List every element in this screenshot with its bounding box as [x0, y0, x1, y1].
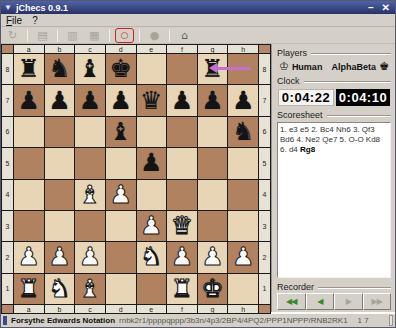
- copy-button[interactable]: ▦: [85, 28, 104, 43]
- square-c4[interactable]: ♝: [75, 180, 105, 210]
- rank-label-7: 7: [2, 85, 13, 115]
- players-label: Players: [277, 48, 307, 58]
- square-d7[interactable]: ♟: [106, 85, 136, 115]
- square-f7[interactable]: ♟: [167, 85, 197, 115]
- scoresheet-last-move: Rg8: [300, 145, 315, 154]
- square-a8[interactable]: ♜: [14, 54, 44, 84]
- square-a4[interactable]: [14, 180, 44, 210]
- white-pawn: ♟: [171, 243, 193, 271]
- window-menu-icon[interactable]: ▼: [4, 4, 12, 12]
- square-e4[interactable]: [137, 180, 167, 210]
- recorder-first-button[interactable]: ◀◀: [277, 293, 306, 310]
- square-e3[interactable]: ♟: [137, 211, 167, 241]
- file-label-g: g: [198, 305, 228, 313]
- file-label-a: a: [14, 45, 44, 53]
- square-f3[interactable]: ♛: [167, 211, 197, 241]
- square-g2[interactable]: ♟: [198, 242, 228, 272]
- file-label-c: c: [75, 305, 105, 313]
- file-label-d: d: [106, 305, 136, 313]
- square-b2[interactable]: ♟: [45, 242, 75, 272]
- white-knight: ♞: [140, 243, 162, 271]
- clock-group-title: Clock: [277, 76, 391, 86]
- black-clock: 0:04:10: [336, 89, 390, 106]
- square-a2[interactable]: ♟: [14, 242, 44, 272]
- black-player: AlphaBeta ♚: [332, 61, 389, 72]
- square-c5[interactable]: [75, 148, 105, 178]
- toolbar: ↻ ▤ ▥ ▦ ○ ● ⌂: [1, 27, 395, 44]
- clock-label: Clock: [277, 76, 300, 86]
- recorder-forward-button[interactable]: ▶: [334, 293, 363, 310]
- square-b3[interactable]: [45, 211, 75, 241]
- recorder-group-title: Recorder: [277, 282, 391, 292]
- square-h5[interactable]: [228, 148, 258, 178]
- square-h6[interactable]: ♞: [228, 117, 258, 147]
- square-b8[interactable]: ♞: [45, 54, 75, 84]
- rank-label-8: 8: [2, 54, 13, 84]
- board-corner: [2, 45, 13, 53]
- fen-label: Forsythe Edwards Notation: [11, 316, 115, 325]
- square-a1[interactable]: ♜: [14, 274, 44, 304]
- recorder-row: ◀◀ ◀ ▶ ▶▶: [277, 293, 391, 310]
- square-g5[interactable]: [198, 148, 228, 178]
- square-b1[interactable]: ♞: [45, 274, 75, 304]
- square-h1[interactable]: [228, 274, 258, 304]
- white-king: ♚: [201, 275, 223, 303]
- white-pawn: ♟: [140, 212, 162, 240]
- minimize-button[interactable]: –: [366, 3, 376, 13]
- square-e1[interactable]: [137, 274, 167, 304]
- square-e5[interactable]: ♟: [137, 148, 167, 178]
- black-bishop: ♝: [79, 55, 101, 83]
- white-king-icon: ♔: [279, 61, 289, 72]
- rank-label-8-right: 8: [259, 54, 270, 84]
- black-king: ♚: [109, 55, 131, 83]
- window-title: jChecs 0.9.1: [16, 3, 362, 13]
- black-king-icon: ♚: [379, 61, 389, 72]
- fen-value: rnbk2r1/ppppqppp/3b3n/4p3/2BP4/4PQ2/PPP1…: [119, 316, 348, 325]
- square-d3[interactable]: [106, 211, 136, 241]
- rank-label-3-right: 3: [259, 211, 270, 241]
- file-label-b: b: [45, 305, 75, 313]
- board-corner: [259, 45, 270, 53]
- black-pawn: ♟: [79, 87, 101, 115]
- record-button[interactable]: ●: [145, 28, 164, 43]
- rank-label-4: 4: [2, 180, 13, 210]
- rank-label-2: 2: [2, 242, 13, 272]
- square-g1[interactable]: ♚: [198, 274, 228, 304]
- white-pawn: ♟: [109, 181, 131, 209]
- scoresheet-label: Scoresheet: [277, 110, 323, 120]
- square-a3[interactable]: [14, 211, 44, 241]
- square-c3[interactable]: [75, 211, 105, 241]
- last-move-arrow-head: [209, 63, 217, 73]
- square-d5[interactable]: [106, 148, 136, 178]
- black-pawn: ♟: [18, 87, 40, 115]
- square-a6[interactable]: [14, 117, 44, 147]
- close-button[interactable]: ✕: [380, 3, 392, 13]
- square-e2[interactable]: ♞: [137, 242, 167, 272]
- rank-label-6: 6: [2, 117, 13, 147]
- rank-label-4-right: 4: [259, 180, 270, 210]
- right-panel: Players ♔ Human AlphaBeta ♚ Clock 0:04:2…: [271, 44, 395, 312]
- square-c2[interactable]: ♟: [75, 242, 105, 272]
- save-button[interactable]: ▥: [63, 28, 82, 43]
- white-knight: ♞: [48, 275, 70, 303]
- white-pawn: ♟: [232, 243, 254, 271]
- square-f1[interactable]: ♜: [167, 274, 197, 304]
- black-pawn: ♟: [171, 87, 193, 115]
- white-queen: ♛: [171, 212, 193, 240]
- square-f6[interactable]: [167, 117, 197, 147]
- toolbar-separator: [57, 29, 58, 42]
- white-player-name: Human: [292, 62, 323, 72]
- white-bishop: ♝: [79, 181, 101, 209]
- recorder-last-button[interactable]: ▶▶: [363, 293, 392, 310]
- board-corner: [259, 305, 270, 313]
- rank-label-1-right: 1: [259, 274, 270, 304]
- file-label-f: f: [167, 305, 197, 313]
- square-f8[interactable]: [167, 54, 197, 84]
- file-label-e: e: [137, 305, 167, 313]
- scoresheet-area[interactable]: 1. e3 e5 2. Bc4 Nh6 3. Qf3 Bd6 4. Ne2 Qe…: [277, 122, 391, 278]
- white-pawn: ♟: [48, 243, 70, 271]
- rank-label-5: 5: [2, 148, 13, 178]
- square-d2[interactable]: [106, 242, 136, 272]
- white-pawn: ♟: [18, 243, 40, 271]
- black-pawn: ♟: [109, 87, 131, 115]
- square-f4[interactable]: [167, 180, 197, 210]
- exit-button[interactable]: ⌂: [175, 28, 194, 43]
- black-knight: ♞: [48, 55, 70, 83]
- players-group-title: Players: [277, 48, 391, 58]
- black-pawn: ♟: [232, 87, 254, 115]
- square-b4[interactable]: [45, 180, 75, 210]
- square-f2[interactable]: ♟: [167, 242, 197, 272]
- fen-counters: 1 7: [358, 316, 369, 325]
- new-game-button[interactable]: ↻: [3, 28, 22, 43]
- toolbar-separator: [139, 29, 140, 42]
- black-pawn: ♟: [140, 149, 162, 177]
- menu-help[interactable]: ?: [32, 15, 38, 26]
- main-area: abcdefgh8♜♞♝♚♜87♟♟♟♟♛♟♟♟76♝♞65♟54♝♟43♟♛3…: [1, 44, 395, 312]
- square-a5[interactable]: [14, 148, 44, 178]
- menu-bar: File ?: [1, 14, 395, 27]
- square-d8[interactable]: ♚: [106, 54, 136, 84]
- file-label-a: a: [14, 305, 44, 313]
- square-h3[interactable]: [228, 211, 258, 241]
- rank-label-1: 1: [2, 274, 13, 304]
- rank-label-5-right: 5: [259, 148, 270, 178]
- square-e6[interactable]: [137, 117, 167, 147]
- board-corner: [2, 305, 13, 313]
- square-c7[interactable]: ♟: [75, 85, 105, 115]
- square-h2[interactable]: ♟: [228, 242, 258, 272]
- board-area: abcdefgh8♜♞♝♚♜87♟♟♟♟♛♟♟♟76♝♞65♟54♝♟43♟♛3…: [1, 44, 271, 314]
- last-move-arrow-shaft: [217, 67, 252, 70]
- file-label-e: e: [137, 45, 167, 53]
- white-bishop: ♝: [79, 275, 101, 303]
- black-knight: ♞: [232, 118, 254, 146]
- scoresheet-moves: 1. e3 e5 2. Bc4 Nh6 3. Qf3 Bd6 4. Ne2 Qe…: [280, 125, 380, 154]
- rank-label-6-right: 6: [259, 117, 270, 147]
- square-f5[interactable]: [167, 148, 197, 178]
- square-e7[interactable]: ♛: [137, 85, 167, 115]
- white-pawn: ♟: [79, 243, 101, 271]
- file-label-h: h: [228, 45, 258, 53]
- square-c1[interactable]: ♝: [75, 274, 105, 304]
- file-label-f: f: [167, 45, 197, 53]
- chess-board: abcdefgh8♜♞♝♚♜87♟♟♟♟♛♟♟♟76♝♞65♟54♝♟43♟♛3…: [1, 44, 271, 314]
- square-a7[interactable]: ♟: [14, 85, 44, 115]
- app-window: ▼ jChecs 0.9.1 – ✕ File ? ↻ ▤ ▥ ▦ ○ ● ⌂ …: [0, 0, 396, 328]
- black-rook: ♜: [18, 55, 40, 83]
- black-queen: ♛: [140, 87, 162, 115]
- square-g4[interactable]: [198, 180, 228, 210]
- white-player: ♔ Human: [279, 61, 322, 72]
- square-c6[interactable]: [75, 117, 105, 147]
- rank-label-2-right: 2: [259, 242, 270, 272]
- square-d1[interactable]: [106, 274, 136, 304]
- square-h7[interactable]: ♟: [228, 85, 258, 115]
- square-b7[interactable]: ♟: [45, 85, 75, 115]
- black-player-name: AlphaBeta: [332, 62, 377, 72]
- black-bishop: ♝: [109, 118, 131, 146]
- status-grip: [3, 316, 7, 325]
- resize-grip[interactable]: [389, 315, 393, 326]
- rank-label-7-right: 7: [259, 85, 270, 115]
- menu-file[interactable]: File: [6, 15, 22, 26]
- white-rook: ♜: [18, 275, 40, 303]
- title-bar: ▼ jChecs 0.9.1 – ✕: [1, 1, 395, 14]
- white-clock: 0:04:22: [278, 89, 334, 106]
- file-label-h: h: [228, 305, 258, 313]
- stop-button[interactable]: ○: [115, 28, 134, 43]
- square-b5[interactable]: [45, 148, 75, 178]
- status-bar: Forsythe Edwards Notation rnbk2r1/ppppqp…: [1, 312, 395, 327]
- toolbar-separator: [169, 29, 170, 42]
- square-d6[interactable]: ♝: [106, 117, 136, 147]
- white-pawn: ♟: [201, 243, 223, 271]
- black-pawn: ♟: [201, 87, 223, 115]
- recorder-back-button[interactable]: ◀: [306, 293, 335, 310]
- players-row: ♔ Human AlphaBeta ♚: [277, 58, 391, 74]
- square-d4[interactable]: ♟: [106, 180, 136, 210]
- open-button[interactable]: ▤: [33, 28, 52, 43]
- white-rook: ♜: [171, 275, 193, 303]
- file-label-b: b: [45, 45, 75, 53]
- recorder-label: Recorder: [277, 282, 314, 292]
- toolbar-separator: [109, 29, 110, 42]
- black-pawn: ♟: [48, 87, 70, 115]
- file-label-d: d: [106, 45, 136, 53]
- toolbar-separator: [27, 29, 28, 42]
- clock-row: 0:04:22 0:04:10: [277, 86, 391, 108]
- square-g3[interactable]: [198, 211, 228, 241]
- square-g7[interactable]: ♟: [198, 85, 228, 115]
- square-e8[interactable]: [137, 54, 167, 84]
- scoresheet-group-title: Scoresheet: [277, 110, 391, 120]
- rank-label-3: 3: [2, 211, 13, 241]
- file-label-g: g: [198, 45, 228, 53]
- square-b6[interactable]: [45, 117, 75, 147]
- square-g6[interactable]: [198, 117, 228, 147]
- square-c8[interactable]: ♝: [75, 54, 105, 84]
- square-h4[interactable]: [228, 180, 258, 210]
- file-label-c: c: [75, 45, 105, 53]
